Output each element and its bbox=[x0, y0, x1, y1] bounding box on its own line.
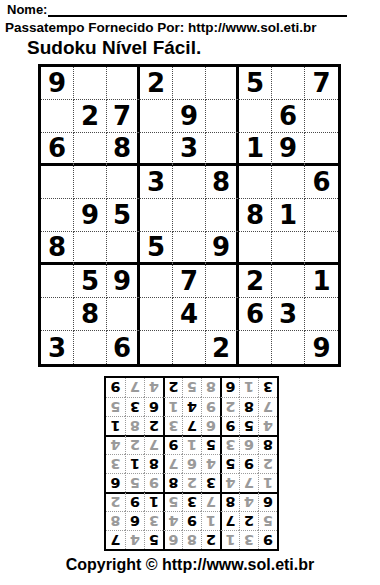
solution-cell-r4c1: 1 bbox=[258, 473, 277, 492]
puzzle-cell-r9c6: 2 bbox=[206, 331, 239, 364]
puzzle-cell-r3c6 bbox=[206, 133, 239, 166]
solution-cell-r6c5: 1 bbox=[182, 435, 201, 454]
solution-cell-r1c9: 7 bbox=[106, 530, 125, 549]
puzzle-cell-r7c1 bbox=[41, 265, 74, 298]
puzzle-cell-r2c5: 9 bbox=[173, 100, 206, 133]
solution-cell-r7c8: 8 bbox=[125, 416, 144, 435]
solution-cell-r5c9: 3 bbox=[106, 454, 125, 473]
puzzle-cell-r4c7 bbox=[239, 166, 272, 199]
puzzle-cell-r3c2 bbox=[74, 133, 107, 166]
puzzle-cell-r2c7 bbox=[239, 100, 272, 133]
puzzle-cell-r5c3: 5 bbox=[107, 199, 140, 232]
solution-cell-r3c2: 4 bbox=[239, 492, 258, 511]
solution-cell-r7c2: 5 bbox=[239, 416, 258, 435]
solution-cell-r9c9: 9 bbox=[106, 378, 125, 397]
solution-cell-r8c2: 8 bbox=[239, 397, 258, 416]
solution-cell-r1c8: 4 bbox=[125, 530, 144, 549]
puzzle-cell-r2c8: 6 bbox=[272, 100, 305, 133]
puzzle-cell-r1c6 bbox=[206, 67, 239, 100]
puzzle-cell-r8c8: 3 bbox=[272, 298, 305, 331]
solution-cell-r9c2: 1 bbox=[239, 378, 258, 397]
solution-cell-r2c1: 5 bbox=[258, 511, 277, 530]
solution-cell-r7c3: 9 bbox=[220, 416, 239, 435]
puzzle-cell-r1c4: 2 bbox=[140, 67, 173, 100]
puzzle-cell-r2c2: 2 bbox=[74, 100, 107, 133]
name-row: Nome: bbox=[7, 2, 347, 17]
puzzle-cell-r1c9: 7 bbox=[305, 67, 338, 100]
solution-cell-r9c3: 6 bbox=[220, 378, 239, 397]
solution-cell-r4c7: 9 bbox=[144, 473, 163, 492]
solution-cell-r2c6: 4 bbox=[163, 511, 182, 530]
puzzle-cell-r2c4 bbox=[140, 100, 173, 133]
puzzle-cell-r2c6 bbox=[206, 100, 239, 133]
solution-cell-r8c3: 2 bbox=[220, 397, 239, 416]
puzzle-cell-r5c8: 1 bbox=[272, 199, 305, 232]
solution-cell-r3c5: 3 bbox=[182, 492, 201, 511]
puzzle-cell-r9c1: 3 bbox=[41, 331, 74, 364]
sudoku-puzzle-grid: 925727966831938695818595972184633629 bbox=[38, 64, 341, 367]
page-title: Sudoku Nível Fácil. bbox=[27, 37, 201, 59]
puzzle-cell-r5c9 bbox=[305, 199, 338, 232]
solution-cell-r5c3: 5 bbox=[220, 454, 239, 473]
puzzle-cell-r7c4 bbox=[140, 265, 173, 298]
puzzle-cell-r6c5 bbox=[173, 232, 206, 265]
puzzle-cell-r7c7: 2 bbox=[239, 265, 272, 298]
solution-cell-r1c5: 8 bbox=[182, 530, 201, 549]
solution-cell-r5c4: 4 bbox=[201, 454, 220, 473]
puzzle-cell-r7c2: 5 bbox=[74, 265, 107, 298]
solution-cell-r1c6: 6 bbox=[163, 530, 182, 549]
puzzle-cell-r4c3 bbox=[107, 166, 140, 199]
puzzle-cell-r4c5 bbox=[173, 166, 206, 199]
solution-cell-r7c1: 4 bbox=[258, 416, 277, 435]
puzzle-cell-r4c8 bbox=[272, 166, 305, 199]
solution-cell-r5c1: 2 bbox=[258, 454, 277, 473]
solution-cell-r3c9: 2 bbox=[106, 492, 125, 511]
solution-cell-r8c4: 9 bbox=[201, 397, 220, 416]
puzzle-cell-r3c5: 3 bbox=[173, 133, 206, 166]
puzzle-cell-r3c9 bbox=[305, 133, 338, 166]
copyright-line: Copyright © http://www.sol.eti.br bbox=[0, 556, 380, 574]
puzzle-cell-r6c7 bbox=[239, 232, 272, 265]
puzzle-cell-r1c2 bbox=[74, 67, 107, 100]
puzzle-cell-r9c9: 9 bbox=[305, 331, 338, 364]
solution-cell-r3c7: 1 bbox=[144, 492, 163, 511]
solution-cell-r6c2: 6 bbox=[239, 435, 258, 454]
solution-cell-r6c9: 4 bbox=[106, 435, 125, 454]
solution-cell-r5c6: 7 bbox=[163, 454, 182, 473]
solution-cell-r7c6: 3 bbox=[163, 416, 182, 435]
solution-cell-r2c5: 9 bbox=[182, 511, 201, 530]
solution-cell-r2c4: 1 bbox=[201, 511, 220, 530]
puzzle-cell-r6c3 bbox=[107, 232, 140, 265]
solution-cell-r9c8: 7 bbox=[125, 378, 144, 397]
sudoku-solution-grid: 9312865475271943686487351921743289562954… bbox=[104, 376, 279, 551]
solution-cell-r9c5: 5 bbox=[182, 378, 201, 397]
puzzle-cell-r5c6 bbox=[206, 199, 239, 232]
puzzle-cell-r6c4: 5 bbox=[140, 232, 173, 265]
puzzle-cell-r1c7: 5 bbox=[239, 67, 272, 100]
solution-cell-r4c9: 6 bbox=[106, 473, 125, 492]
solution-cell-r1c7: 5 bbox=[144, 530, 163, 549]
puzzle-cell-r8c5: 4 bbox=[173, 298, 206, 331]
solution-cell-r4c4: 3 bbox=[201, 473, 220, 492]
solution-cell-r2c2: 2 bbox=[239, 511, 258, 530]
puzzle-cell-r7c5: 7 bbox=[173, 265, 206, 298]
solution-cell-r4c5: 2 bbox=[182, 473, 201, 492]
puzzle-cell-r1c5 bbox=[173, 67, 206, 100]
solution-cell-r7c4: 6 bbox=[201, 416, 220, 435]
solution-cell-r1c2: 3 bbox=[239, 530, 258, 549]
solution-cell-r6c7: 7 bbox=[144, 435, 163, 454]
solution-cell-r8c9: 5 bbox=[106, 397, 125, 416]
name-fill-line bbox=[48, 2, 347, 17]
solution-cell-r2c7: 3 bbox=[144, 511, 163, 530]
puzzle-cell-r9c8 bbox=[272, 331, 305, 364]
solution-cell-r8c5: 4 bbox=[182, 397, 201, 416]
solution-cell-r2c3: 7 bbox=[220, 511, 239, 530]
puzzle-cell-r8c7: 6 bbox=[239, 298, 272, 331]
puzzle-cell-r9c5 bbox=[173, 331, 206, 364]
solution-cell-r8c8: 3 bbox=[125, 397, 144, 416]
solution-cell-r9c1: 3 bbox=[258, 378, 277, 397]
puzzle-cell-r3c3: 8 bbox=[107, 133, 140, 166]
puzzle-cell-r6c2 bbox=[74, 232, 107, 265]
puzzle-cell-r5c4 bbox=[140, 199, 173, 232]
solution-cell-r3c8: 9 bbox=[125, 492, 144, 511]
solution-cell-r2c9: 8 bbox=[106, 511, 125, 530]
puzzle-cell-r7c3: 9 bbox=[107, 265, 140, 298]
puzzle-cell-r2c3: 7 bbox=[107, 100, 140, 133]
puzzle-cell-r3c7: 1 bbox=[239, 133, 272, 166]
solution-cell-r6c3: 3 bbox=[220, 435, 239, 454]
puzzle-cell-r4c9: 6 bbox=[305, 166, 338, 199]
puzzle-cell-r8c9 bbox=[305, 298, 338, 331]
puzzle-cell-r9c4 bbox=[140, 331, 173, 364]
name-label: Nome: bbox=[7, 2, 47, 17]
puzzle-cell-r4c2 bbox=[74, 166, 107, 199]
puzzle-cell-r3c4 bbox=[140, 133, 173, 166]
provider-line: Passatempo Fornecido Por: http://www.sol… bbox=[5, 20, 317, 35]
puzzle-cell-r5c7: 8 bbox=[239, 199, 272, 232]
solution-cell-r5c7: 8 bbox=[144, 454, 163, 473]
puzzle-cell-r4c1 bbox=[41, 166, 74, 199]
puzzle-cell-r6c6: 9 bbox=[206, 232, 239, 265]
solution-cell-r9c7: 4 bbox=[144, 378, 163, 397]
puzzle-cell-r1c8 bbox=[272, 67, 305, 100]
solution-cell-r5c5: 6 bbox=[182, 454, 201, 473]
puzzle-cell-r4c6: 8 bbox=[206, 166, 239, 199]
puzzle-cell-r5c1 bbox=[41, 199, 74, 232]
solution-cell-r6c6: 9 bbox=[163, 435, 182, 454]
solution-cell-r4c3: 4 bbox=[220, 473, 239, 492]
puzzle-cell-r7c9: 1 bbox=[305, 265, 338, 298]
solution-cell-r9c4: 8 bbox=[201, 378, 220, 397]
solution-cell-r4c8: 5 bbox=[125, 473, 144, 492]
puzzle-cell-r9c2 bbox=[74, 331, 107, 364]
puzzle-cell-r3c1: 6 bbox=[41, 133, 74, 166]
solution-cell-r5c2: 9 bbox=[239, 454, 258, 473]
solution-cell-r6c1: 8 bbox=[258, 435, 277, 454]
puzzle-cell-r8c3 bbox=[107, 298, 140, 331]
sudoku-worksheet-page: Nome: Passatempo Fornecido Por: http://w… bbox=[0, 0, 380, 585]
puzzle-cell-r7c6 bbox=[206, 265, 239, 298]
puzzle-cell-r1c1: 9 bbox=[41, 67, 74, 100]
puzzle-cell-r1c3 bbox=[107, 67, 140, 100]
solution-cell-r1c1: 9 bbox=[258, 530, 277, 549]
solution-cell-r8c7: 6 bbox=[144, 397, 163, 416]
solution-cell-r7c5: 7 bbox=[182, 416, 201, 435]
solution-cell-r4c2: 7 bbox=[239, 473, 258, 492]
puzzle-cell-r7c8 bbox=[272, 265, 305, 298]
puzzle-cell-r9c3: 6 bbox=[107, 331, 140, 364]
puzzle-cell-r8c6 bbox=[206, 298, 239, 331]
puzzle-cell-r8c1 bbox=[41, 298, 74, 331]
solution-cell-r3c1: 6 bbox=[258, 492, 277, 511]
puzzle-cell-r2c1 bbox=[41, 100, 74, 133]
puzzle-cell-r8c2: 8 bbox=[74, 298, 107, 331]
puzzle-cell-r9c7 bbox=[239, 331, 272, 364]
puzzle-cell-r6c8 bbox=[272, 232, 305, 265]
solution-cell-r3c3: 8 bbox=[220, 492, 239, 511]
solution-cell-r8c6: 1 bbox=[163, 397, 182, 416]
solution-cell-r4c6: 8 bbox=[163, 473, 182, 492]
puzzle-cell-r3c8: 9 bbox=[272, 133, 305, 166]
solution-cell-r3c4: 7 bbox=[201, 492, 220, 511]
solution-cell-r8c1: 7 bbox=[258, 397, 277, 416]
puzzle-cell-r2c9 bbox=[305, 100, 338, 133]
puzzle-cell-r5c5 bbox=[173, 199, 206, 232]
solution-cell-r1c3: 1 bbox=[220, 530, 239, 549]
solution-cell-r6c8: 2 bbox=[125, 435, 144, 454]
solution-cell-r3c6: 5 bbox=[163, 492, 182, 511]
solution-cell-r1c4: 2 bbox=[201, 530, 220, 549]
puzzle-cell-r5c2: 9 bbox=[74, 199, 107, 232]
solution-cell-r6c4: 5 bbox=[201, 435, 220, 454]
solution-cell-r7c7: 2 bbox=[144, 416, 163, 435]
solution-cell-r2c8: 6 bbox=[125, 511, 144, 530]
solution-cell-r9c6: 2 bbox=[163, 378, 182, 397]
puzzle-cell-r8c4 bbox=[140, 298, 173, 331]
puzzle-cell-r4c4: 3 bbox=[140, 166, 173, 199]
puzzle-cell-r6c1: 8 bbox=[41, 232, 74, 265]
solution-cell-r5c8: 1 bbox=[125, 454, 144, 473]
solution-cell-r7c9: 1 bbox=[106, 416, 125, 435]
puzzle-cell-r6c9 bbox=[305, 232, 338, 265]
